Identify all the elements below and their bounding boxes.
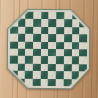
- square-r7c6[interactable]: [56, 64, 64, 71]
- square-r5c7[interactable]: [64, 49, 72, 56]
- square-r6c6[interactable]: [56, 56, 64, 63]
- square-r3c2[interactable]: [25, 34, 33, 41]
- square-r8c3[interactable]: [33, 71, 41, 78]
- square-r0c6[interactable]: [56, 12, 64, 19]
- square-r2c5[interactable]: [49, 27, 57, 34]
- square-r5c0[interactable]: [10, 49, 18, 56]
- octagonal-marble-board: [7, 9, 91, 90]
- square-r8c6[interactable]: [56, 71, 64, 78]
- square-r9c6[interactable]: [56, 79, 64, 86]
- square-r9c4[interactable]: [40, 79, 48, 86]
- square-r6c1[interactable]: [18, 56, 26, 63]
- square-r9c0[interactable]: [10, 78, 18, 85]
- square-r8c7[interactable]: [64, 71, 72, 78]
- square-r3c5[interactable]: [49, 34, 57, 41]
- square-r7c7[interactable]: [64, 64, 72, 71]
- square-r5c9[interactable]: [79, 49, 87, 56]
- square-r4c0[interactable]: [10, 41, 18, 48]
- square-r4c8[interactable]: [72, 42, 80, 49]
- square-r4c7[interactable]: [64, 42, 72, 49]
- square-r4c6[interactable]: [56, 42, 64, 49]
- square-r9c7[interactable]: [64, 79, 72, 86]
- square-r6c3[interactable]: [33, 56, 41, 63]
- square-r1c7[interactable]: [64, 20, 72, 27]
- square-r6c0[interactable]: [10, 56, 18, 63]
- square-r4c5[interactable]: [48, 42, 56, 49]
- square-r0c9[interactable]: [80, 12, 88, 19]
- square-r7c5[interactable]: [48, 64, 56, 71]
- square-r4c1[interactable]: [18, 41, 26, 48]
- square-r4c2[interactable]: [25, 41, 33, 48]
- square-r3c3[interactable]: [33, 34, 41, 41]
- square-r0c5[interactable]: [49, 12, 57, 19]
- square-r7c1[interactable]: [17, 64, 25, 71]
- square-r7c8[interactable]: [71, 64, 79, 71]
- square-r2c6[interactable]: [56, 27, 64, 34]
- square-r8c4[interactable]: [41, 71, 49, 78]
- square-r9c5[interactable]: [48, 79, 56, 86]
- square-r1c5[interactable]: [49, 19, 57, 26]
- square-r6c4[interactable]: [41, 56, 49, 63]
- square-r5c8[interactable]: [72, 49, 80, 56]
- square-r5c2[interactable]: [25, 49, 33, 56]
- square-r8c5[interactable]: [48, 71, 56, 78]
- square-r2c3[interactable]: [33, 27, 41, 34]
- square-r4c4[interactable]: [41, 42, 49, 49]
- plank-seam: [91, 0, 95, 98]
- square-r1c6[interactable]: [56, 19, 64, 26]
- square-r6c2[interactable]: [25, 56, 33, 63]
- square-r4c3[interactable]: [33, 41, 41, 48]
- square-r6c9[interactable]: [79, 57, 87, 64]
- square-r1c3[interactable]: [33, 19, 41, 26]
- square-r8c2[interactable]: [25, 71, 33, 78]
- checkerboard-field: [10, 12, 88, 87]
- square-r2c2[interactable]: [26, 27, 34, 34]
- square-r5c6[interactable]: [56, 49, 64, 56]
- square-r3c6[interactable]: [56, 34, 64, 41]
- square-r9c3[interactable]: [33, 78, 41, 85]
- square-r3c9[interactable]: [79, 34, 87, 41]
- square-r1c2[interactable]: [26, 19, 34, 26]
- square-r2c1[interactable]: [18, 27, 26, 34]
- square-r5c4[interactable]: [41, 49, 49, 56]
- square-r7c3[interactable]: [33, 64, 41, 71]
- square-r4c9[interactable]: [79, 42, 87, 49]
- square-r3c8[interactable]: [72, 34, 80, 41]
- square-r7c2[interactable]: [25, 64, 33, 71]
- square-r7c4[interactable]: [41, 64, 49, 71]
- square-r3c4[interactable]: [41, 34, 49, 41]
- square-r0c3[interactable]: [33, 12, 41, 19]
- square-r5c3[interactable]: [33, 49, 41, 56]
- square-r6c5[interactable]: [48, 56, 56, 63]
- square-r6c8[interactable]: [71, 57, 79, 64]
- square-r1c4[interactable]: [41, 19, 49, 26]
- square-r3c0[interactable]: [10, 34, 18, 41]
- square-r0c4[interactable]: [41, 12, 49, 19]
- square-r3c7[interactable]: [64, 34, 72, 41]
- square-r2c8[interactable]: [72, 27, 80, 34]
- square-r5c5[interactable]: [48, 49, 56, 56]
- square-r0c0[interactable]: [10, 12, 18, 19]
- wood-floor-background: [0, 0, 98, 98]
- square-r2c7[interactable]: [64, 27, 72, 34]
- square-r0c7[interactable]: [64, 12, 72, 19]
- square-r9c9[interactable]: [79, 79, 87, 86]
- square-r3c1[interactable]: [18, 34, 26, 41]
- square-r6c7[interactable]: [64, 57, 72, 64]
- square-r5c1[interactable]: [18, 49, 26, 56]
- square-r2c4[interactable]: [41, 27, 49, 34]
